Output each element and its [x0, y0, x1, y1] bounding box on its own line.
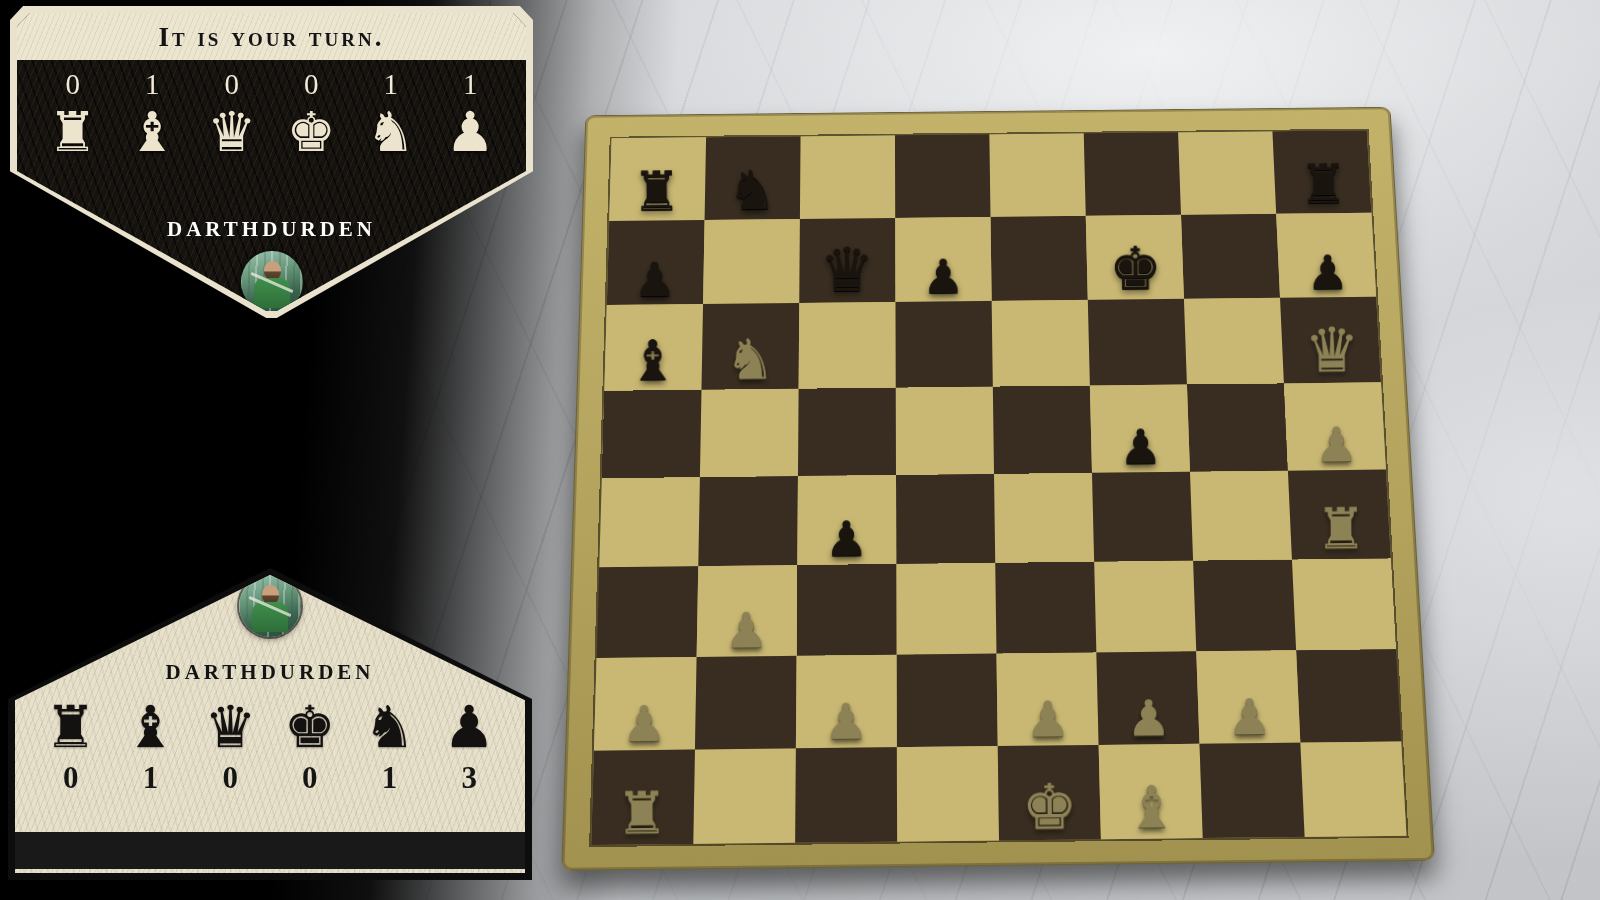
square-c5[interactable] — [798, 388, 896, 476]
square-c1[interactable] — [795, 747, 897, 843]
square-e8[interactable] — [989, 133, 1085, 217]
square-a4[interactable] — [599, 477, 700, 567]
piece-white-pawn[interactable]: ♟ — [622, 698, 667, 748]
board-grid: ♜♞♜♟♛♟♚♟♝♞♛♟♟♟♜♟♟♟♟♟♟♜♚♝ — [591, 130, 1406, 845]
square-b6[interactable]: ♞ — [701, 303, 799, 390]
square-b5[interactable] — [700, 389, 799, 477]
square-g2[interactable]: ♟ — [1196, 650, 1300, 744]
square-b7[interactable] — [703, 219, 800, 304]
captured-bishop: ♝ 1 — [111, 695, 191, 797]
square-h1[interactable] — [1300, 742, 1406, 837]
square-e7[interactable] — [990, 216, 1087, 301]
square-f8[interactable] — [1084, 132, 1181, 215]
queen-icon: ♛ — [192, 101, 272, 163]
avatar — [239, 575, 301, 637]
square-d7[interactable]: ♟ — [895, 217, 991, 302]
piece-white-king[interactable]: ♚ — [1021, 775, 1078, 838]
square-e1[interactable]: ♚ — [998, 745, 1101, 840]
square-h7[interactable]: ♟ — [1276, 213, 1376, 298]
square-c8[interactable] — [800, 135, 895, 219]
square-d2[interactable] — [897, 654, 998, 748]
square-b1[interactable] — [693, 748, 796, 844]
bishop-icon: ♝ — [111, 695, 191, 759]
piece-white-pawn[interactable]: ♟ — [1315, 420, 1358, 468]
captured-knight: 1 ♞ — [351, 67, 431, 163]
square-f1[interactable]: ♝ — [1099, 744, 1203, 839]
pawn-icon: ♟ — [431, 101, 511, 163]
square-a7[interactable]: ♟ — [607, 220, 705, 305]
rook-icon: ♜ — [33, 101, 113, 163]
captured-pawn: ♟ 3 — [429, 695, 509, 797]
piece-black-rook[interactable]: ♜ — [1299, 157, 1348, 212]
captured-pawn-count: 1 — [431, 67, 511, 101]
square-f4[interactable] — [1092, 472, 1193, 562]
piece-black-pawn[interactable]: ♟ — [1119, 422, 1163, 470]
square-d1[interactable] — [897, 746, 999, 842]
captured-rook: 0 ♜ — [33, 67, 113, 163]
square-a3[interactable] — [597, 566, 699, 658]
captured-rook-count: 0 — [31, 759, 111, 797]
piece-white-pawn[interactable]: ♟ — [1227, 692, 1272, 742]
captured-queen: 0 ♛ — [192, 67, 272, 163]
square-h6[interactable]: ♛ — [1280, 297, 1381, 384]
piece-white-pawn[interactable]: ♟ — [1126, 693, 1171, 743]
square-e5[interactable] — [993, 386, 1092, 474]
captured-rook: ♜ 0 — [31, 695, 111, 797]
square-b8[interactable]: ♞ — [705, 136, 801, 220]
captured-pieces-row: 0 ♜ 1 ♝ 0 ♛ 0 ♚ 1 ♞ — [33, 67, 510, 163]
captured-king: 0 ♚ — [272, 67, 352, 163]
piece-white-queen[interactable]: ♛ — [1304, 319, 1360, 381]
king-icon: ♚ — [270, 695, 350, 759]
captured-knight-count: 1 — [351, 67, 431, 101]
square-c2[interactable]: ♟ — [796, 655, 897, 749]
captured-knight: ♞ 1 — [350, 695, 430, 797]
square-d5[interactable] — [896, 387, 994, 475]
square-f3[interactable] — [1094, 561, 1196, 653]
square-e4[interactable] — [994, 473, 1094, 563]
square-g4[interactable] — [1190, 471, 1292, 561]
piece-black-knight[interactable]: ♞ — [727, 163, 776, 218]
captured-queen-count: 0 — [192, 67, 272, 101]
square-d3[interactable] — [896, 563, 996, 655]
square-c6[interactable] — [799, 302, 896, 389]
square-f2[interactable]: ♟ — [1096, 651, 1199, 745]
piece-white-rook[interactable]: ♜ — [1315, 500, 1366, 557]
square-h5[interactable]: ♟ — [1284, 382, 1386, 470]
square-d4[interactable] — [896, 474, 995, 564]
square-b4[interactable] — [698, 476, 798, 566]
square-c3[interactable] — [797, 564, 897, 656]
square-f5[interactable]: ♟ — [1090, 384, 1190, 472]
square-h8[interactable]: ♜ — [1272, 130, 1371, 213]
square-e2[interactable]: ♟ — [996, 652, 1098, 746]
square-h4[interactable]: ♜ — [1288, 470, 1391, 560]
square-a1[interactable]: ♜ — [591, 750, 695, 846]
piece-white-pawn[interactable]: ♟ — [824, 696, 869, 746]
square-a8[interactable]: ♜ — [609, 137, 706, 221]
captured-bishop-count: 1 — [111, 759, 191, 797]
captured-pawn-count: 3 — [429, 759, 509, 797]
piece-black-pawn[interactable]: ♟ — [1306, 248, 1349, 296]
piece-white-bishop[interactable]: ♝ — [1125, 778, 1178, 837]
board-area: ♜♞♜♟♛♟♚♟♝♞♛♟♟♟♜♟♟♟♟♟♟♜♚♝ — [548, 18, 1438, 898]
captured-knight-count: 1 — [350, 759, 430, 797]
square-e6[interactable] — [992, 300, 1090, 387]
captured-king: ♚ 0 — [270, 695, 350, 797]
piece-black-pawn[interactable]: ♟ — [922, 252, 965, 300]
captured-queen-count: 0 — [190, 759, 270, 797]
square-a6[interactable]: ♝ — [604, 304, 703, 391]
captured-king-count: 0 — [272, 67, 352, 101]
square-b2[interactable] — [695, 656, 797, 750]
captured-queen: ♛ 0 — [190, 695, 270, 797]
rook-icon: ♜ — [31, 695, 111, 759]
square-h2[interactable] — [1296, 649, 1401, 743]
square-d8[interactable] — [895, 134, 991, 218]
chess-board: ♜♞♜♟♛♟♚♟♝♞♛♟♟♟♜♟♟♟♟♟♟♜♚♝ — [561, 107, 1435, 871]
piece-white-pawn[interactable]: ♟ — [1025, 694, 1070, 744]
square-g1[interactable] — [1199, 743, 1304, 838]
avatar — [241, 251, 303, 313]
square-a5[interactable] — [602, 390, 702, 478]
captured-king-count: 0 — [270, 759, 350, 797]
square-f6[interactable] — [1088, 299, 1187, 386]
piece-black-rook[interactable]: ♜ — [632, 164, 681, 219]
pawn-icon: ♟ — [429, 695, 509, 759]
piece-white-knight[interactable]: ♞ — [725, 332, 775, 388]
piece-black-king[interactable]: ♚ — [1109, 239, 1162, 298]
queen-icon: ♛ — [190, 695, 270, 759]
square-g3[interactable] — [1193, 560, 1296, 652]
knight-icon: ♞ — [351, 101, 431, 163]
king-icon: ♚ — [272, 101, 352, 163]
captured-pawn: 1 ♟ — [431, 67, 511, 163]
square-c7[interactable]: ♛ — [799, 218, 895, 303]
turn-banner: It is your turn. — [17, 13, 526, 60]
piece-black-queen[interactable]: ♛ — [819, 240, 874, 301]
piece-white-pawn[interactable]: ♟ — [724, 605, 768, 654]
knight-icon: ♞ — [350, 695, 430, 759]
captured-pieces-row: ♜ 0 ♝ 1 ♛ 0 ♚ 0 ♞ 1 — [31, 695, 509, 797]
captured-bishop: 1 ♝ — [113, 67, 193, 163]
square-c4[interactable]: ♟ — [797, 475, 896, 565]
piece-white-rook[interactable]: ♜ — [616, 784, 669, 843]
square-a2[interactable]: ♟ — [594, 657, 697, 751]
captured-bishop-count: 1 — [113, 67, 193, 101]
square-f7[interactable]: ♚ — [1086, 215, 1184, 300]
square-d6[interactable] — [895, 301, 992, 388]
app-window: ♜♞♜♟♛♟♚♟♝♞♛♟♟♟♜♟♟♟♟♟♟♜♚♝ It is your turn… — [0, 0, 1600, 900]
square-g6[interactable] — [1184, 298, 1284, 385]
square-b3[interactable]: ♟ — [697, 565, 798, 657]
captured-rook-count: 0 — [33, 67, 113, 101]
piece-black-pawn[interactable]: ♟ — [633, 255, 676, 303]
square-g7[interactable] — [1181, 214, 1280, 299]
bishop-icon: ♝ — [113, 101, 193, 163]
piece-black-bishop[interactable]: ♝ — [627, 333, 677, 389]
square-g5[interactable] — [1187, 383, 1288, 471]
panel-bottom-band — [15, 832, 525, 869]
square-e3[interactable] — [995, 562, 1096, 654]
square-h3[interactable] — [1292, 558, 1396, 650]
player-name: DARTHDURDEN — [15, 660, 525, 685]
square-g8[interactable] — [1178, 131, 1276, 214]
piece-black-pawn[interactable]: ♟ — [825, 514, 869, 563]
